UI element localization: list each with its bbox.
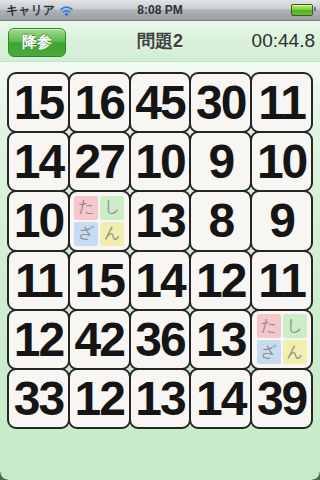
number-tile[interactable]: 33 <box>7 368 70 429</box>
number-tile[interactable]: 42 <box>68 309 131 370</box>
status-bar: キャリア 8:08 PM <box>0 0 320 21</box>
number-tile[interactable]: 12 <box>7 309 70 370</box>
tashizan-quadrants: たしざん <box>257 314 307 364</box>
number-tile[interactable]: 11 <box>7 250 70 311</box>
tashizan-quadrant: ざ <box>74 222 98 246</box>
number-tile[interactable]: 14 <box>189 368 252 429</box>
number-tile[interactable]: 15 <box>7 72 70 133</box>
tashizan-quadrant: し <box>283 314 307 338</box>
board-grid: 151645301114271091010たしざん138911151412111… <box>8 73 312 428</box>
number-tile[interactable]: 39 <box>250 368 313 429</box>
tashizan-quadrant: ん <box>100 222 124 246</box>
number-tile[interactable]: 10 <box>250 131 313 192</box>
number-tile[interactable]: 10 <box>7 190 70 251</box>
tashizan-quadrant: ざ <box>257 340 281 364</box>
number-tile[interactable]: 12 <box>68 368 131 429</box>
tashizan-quadrant: た <box>74 196 98 220</box>
number-tile[interactable]: 13 <box>129 368 192 429</box>
number-tile[interactable]: 36 <box>129 309 192 370</box>
screen-corner-left <box>0 472 8 480</box>
tashizan-quadrant: ん <box>283 340 307 364</box>
number-tile[interactable]: 30 <box>189 72 252 133</box>
tashizan-tile[interactable]: たしざん <box>68 190 131 251</box>
number-tile[interactable]: 16 <box>68 72 131 133</box>
tashizan-quadrant: た <box>257 314 281 338</box>
number-tile[interactable]: 13 <box>189 309 252 370</box>
timer-label: 00:44.8 <box>252 21 315 61</box>
number-tile[interactable]: 10 <box>129 131 192 192</box>
app-screen: キャリア 8:08 PM 問題2 降参 00:44.8 151645301114… <box>0 0 320 480</box>
number-tile[interactable]: 11 <box>250 250 313 311</box>
tashizan-quadrants: たしざん <box>74 196 124 246</box>
number-tile[interactable]: 9 <box>189 131 252 192</box>
number-tile[interactable]: 8 <box>189 190 252 251</box>
number-tile[interactable]: 14 <box>7 131 70 192</box>
battery-icon <box>291 4 313 16</box>
number-tile[interactable]: 27 <box>68 131 131 192</box>
number-tile[interactable]: 45 <box>129 72 192 133</box>
tashizan-tile[interactable]: たしざん <box>250 309 313 370</box>
board-area: 151645301114271091010たしざん138911151412111… <box>0 60 320 480</box>
clock-label: 8:08 PM <box>0 3 320 17</box>
number-tile[interactable]: 9 <box>250 190 313 251</box>
status-bar-right <box>291 4 320 16</box>
number-tile[interactable]: 11 <box>250 72 313 133</box>
number-tile[interactable]: 15 <box>68 250 131 311</box>
tashizan-quadrant: し <box>100 196 124 220</box>
screen-corner-right <box>312 472 320 480</box>
navigation-bar: 問題2 降参 00:44.8 <box>0 21 320 62</box>
number-tile[interactable]: 13 <box>129 190 192 251</box>
give-up-button[interactable]: 降参 <box>8 28 66 57</box>
number-tile[interactable]: 14 <box>129 250 192 311</box>
number-tile[interactable]: 12 <box>189 250 252 311</box>
